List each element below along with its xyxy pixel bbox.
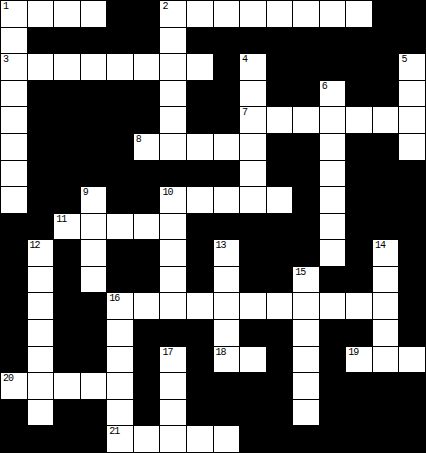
clue-number-21: 21 bbox=[109, 426, 119, 437]
clue-number-11: 11 bbox=[56, 214, 66, 225]
cell-r1c13[interactable] bbox=[319, 0, 346, 27]
cell-r8c14 bbox=[345, 186, 372, 213]
cell-r13c14 bbox=[345, 319, 372, 346]
cell-r15c16 bbox=[398, 372, 425, 399]
cell-r13c4 bbox=[80, 319, 107, 346]
clue-number-4: 4 bbox=[242, 54, 247, 65]
cell-r8c9[interactable] bbox=[213, 186, 240, 213]
cell-r5c3 bbox=[53, 106, 80, 133]
cell-r16c9 bbox=[213, 399, 240, 426]
cell-r7c12 bbox=[292, 160, 319, 187]
cell-r3c9 bbox=[213, 53, 240, 80]
clue-number-18: 18 bbox=[216, 347, 226, 358]
cell-r13c7 bbox=[159, 319, 186, 346]
cell-r10c10 bbox=[239, 239, 266, 266]
cell-r2c6 bbox=[133, 27, 160, 54]
cell-r6c8[interactable] bbox=[186, 133, 213, 160]
cell-r6c16[interactable] bbox=[398, 133, 425, 160]
cell-r17c13 bbox=[319, 425, 346, 452]
cell-r2c10 bbox=[239, 27, 266, 54]
cell-r13c16 bbox=[398, 319, 425, 346]
cell-r7c14 bbox=[345, 160, 372, 187]
cell-r17c1 bbox=[0, 425, 27, 452]
cell-r4c16[interactable] bbox=[398, 80, 425, 107]
cell-r4c8 bbox=[186, 80, 213, 107]
cell-r6c5 bbox=[106, 133, 133, 160]
cell-r1c16 bbox=[398, 0, 425, 27]
cell-r14c10[interactable] bbox=[239, 346, 266, 373]
cell-r12c9[interactable] bbox=[213, 292, 240, 319]
cell-r13c12[interactable] bbox=[292, 319, 319, 346]
cell-r13c5[interactable] bbox=[106, 319, 133, 346]
cell-r7c7 bbox=[159, 160, 186, 187]
cell-r1c1[interactable]: 1 bbox=[0, 0, 27, 27]
cell-r16c11 bbox=[266, 399, 293, 426]
cell-r5c5 bbox=[106, 106, 133, 133]
cell-r8c10[interactable] bbox=[239, 186, 266, 213]
cell-r11c16 bbox=[398, 266, 425, 293]
cell-r9c5[interactable] bbox=[106, 213, 133, 240]
cell-r3c4[interactable] bbox=[80, 53, 107, 80]
cell-r12c16 bbox=[398, 292, 425, 319]
cell-r5c13[interactable] bbox=[319, 106, 346, 133]
cell-r14c5[interactable] bbox=[106, 346, 133, 373]
cell-r15c14 bbox=[345, 372, 372, 399]
cell-r16c7[interactable] bbox=[159, 399, 186, 426]
cell-r6c15 bbox=[372, 133, 399, 160]
cell-r17c6[interactable] bbox=[133, 425, 160, 452]
cell-r11c6 bbox=[133, 266, 160, 293]
cell-r13c2[interactable] bbox=[27, 319, 54, 346]
cell-r6c7[interactable] bbox=[159, 133, 186, 160]
cell-r1c5 bbox=[106, 0, 133, 27]
cell-r8c13[interactable] bbox=[319, 186, 346, 213]
cell-r5c9 bbox=[213, 106, 240, 133]
cell-r9c12 bbox=[292, 213, 319, 240]
cell-r1c9[interactable] bbox=[213, 0, 240, 27]
cell-r11c4[interactable] bbox=[80, 266, 107, 293]
cell-r16c12[interactable] bbox=[292, 399, 319, 426]
cell-r3c14 bbox=[345, 53, 372, 80]
cell-r17c16 bbox=[398, 425, 425, 452]
cell-r14c2[interactable] bbox=[27, 346, 54, 373]
cell-r4c10[interactable] bbox=[239, 80, 266, 107]
cell-r11c5 bbox=[106, 266, 133, 293]
cell-r9c11 bbox=[266, 213, 293, 240]
cell-r16c3 bbox=[53, 399, 80, 426]
cell-r1c4[interactable] bbox=[80, 0, 107, 27]
cell-r6c14 bbox=[345, 133, 372, 160]
crossword-page: 123456789101112131415161718192021 bbox=[0, 0, 426, 453]
cell-r8c12 bbox=[292, 186, 319, 213]
cell-r11c7[interactable] bbox=[159, 266, 186, 293]
cell-r6c11 bbox=[266, 133, 293, 160]
clue-number-20: 20 bbox=[3, 373, 13, 384]
cell-r15c4[interactable] bbox=[80, 372, 107, 399]
cell-r1c12[interactable] bbox=[292, 0, 319, 27]
cell-r17c12 bbox=[292, 425, 319, 452]
cell-r16c15 bbox=[372, 399, 399, 426]
cell-r10c14 bbox=[345, 239, 372, 266]
cell-r4c11 bbox=[266, 80, 293, 107]
cell-r12c11[interactable] bbox=[266, 292, 293, 319]
cell-r14c1 bbox=[0, 346, 27, 373]
cell-r9c8 bbox=[186, 213, 213, 240]
cell-r15c1[interactable]: 20 bbox=[0, 372, 27, 399]
cell-r4c2 bbox=[27, 80, 54, 107]
cell-r5c10[interactable]: 7 bbox=[239, 106, 266, 133]
cell-r12c14[interactable] bbox=[345, 292, 372, 319]
clue-number-6: 6 bbox=[322, 81, 327, 92]
cell-r16c16 bbox=[398, 399, 425, 426]
cell-r3c12 bbox=[292, 53, 319, 80]
cell-r11c9[interactable] bbox=[213, 266, 240, 293]
cell-r11c14 bbox=[345, 266, 372, 293]
cell-r11c1 bbox=[0, 266, 27, 293]
cell-r15c8 bbox=[186, 372, 213, 399]
cell-r6c9[interactable] bbox=[213, 133, 240, 160]
cell-r5c4 bbox=[80, 106, 107, 133]
clue-number-10: 10 bbox=[162, 187, 172, 198]
cell-r16c10 bbox=[239, 399, 266, 426]
cell-r10c6 bbox=[133, 239, 160, 266]
cell-r12c4 bbox=[80, 292, 107, 319]
cell-r7c4 bbox=[80, 160, 107, 187]
cell-r2c3 bbox=[53, 27, 80, 54]
cell-r8c7[interactable]: 10 bbox=[159, 186, 186, 213]
cell-r4c9 bbox=[213, 80, 240, 107]
cell-r8c4[interactable]: 9 bbox=[80, 186, 107, 213]
cell-r4c5 bbox=[106, 80, 133, 107]
cell-r11c8 bbox=[186, 266, 213, 293]
cell-r11c15[interactable] bbox=[372, 266, 399, 293]
cell-r5c1[interactable] bbox=[0, 106, 27, 133]
cell-r9c9 bbox=[213, 213, 240, 240]
cell-r14c3 bbox=[53, 346, 80, 373]
cell-r17c2 bbox=[27, 425, 54, 452]
cell-r3c2[interactable] bbox=[27, 53, 54, 80]
cell-r2c4 bbox=[80, 27, 107, 54]
cell-r7c2 bbox=[27, 160, 54, 187]
cell-r8c3 bbox=[53, 186, 80, 213]
cell-r2c1[interactable] bbox=[0, 27, 27, 54]
cell-r17c15 bbox=[372, 425, 399, 452]
cell-r15c10 bbox=[239, 372, 266, 399]
cell-r12c12[interactable] bbox=[292, 292, 319, 319]
cell-r9c7[interactable] bbox=[159, 213, 186, 240]
cell-r12c2[interactable] bbox=[27, 292, 54, 319]
cell-r9c10 bbox=[239, 213, 266, 240]
cell-r7c11 bbox=[266, 160, 293, 187]
cell-r5c11[interactable] bbox=[266, 106, 293, 133]
cell-r11c12[interactable]: 15 bbox=[292, 266, 319, 293]
cell-r12c5[interactable]: 16 bbox=[106, 292, 133, 319]
cell-r12c13[interactable] bbox=[319, 292, 346, 319]
cell-r10c7[interactable] bbox=[159, 239, 186, 266]
cell-r2c12 bbox=[292, 27, 319, 54]
cell-r12c1 bbox=[0, 292, 27, 319]
cell-r7c9 bbox=[213, 160, 240, 187]
cell-r6c2 bbox=[27, 133, 54, 160]
cell-r16c2[interactable] bbox=[27, 399, 54, 426]
cell-r15c12[interactable] bbox=[292, 372, 319, 399]
cell-r17c5[interactable]: 21 bbox=[106, 425, 133, 452]
cell-r4c14 bbox=[345, 80, 372, 107]
cell-r5c8 bbox=[186, 106, 213, 133]
cell-r13c1 bbox=[0, 319, 27, 346]
cell-r10c15[interactable]: 14 bbox=[372, 239, 399, 266]
cell-r2c8 bbox=[186, 27, 213, 54]
cell-r5c12[interactable] bbox=[292, 106, 319, 133]
cell-r9c2 bbox=[27, 213, 54, 240]
cell-r10c4[interactable] bbox=[80, 239, 107, 266]
cell-r8c5 bbox=[106, 186, 133, 213]
cell-r6c6[interactable]: 8 bbox=[133, 133, 160, 160]
cell-r16c13 bbox=[319, 399, 346, 426]
cell-r13c8 bbox=[186, 319, 213, 346]
cell-r1c6 bbox=[133, 0, 160, 27]
cell-r4c15 bbox=[372, 80, 399, 107]
clue-number-5: 5 bbox=[401, 54, 406, 65]
cell-r10c12 bbox=[292, 239, 319, 266]
cell-r17c14 bbox=[345, 425, 372, 452]
cell-r3c13 bbox=[319, 53, 346, 80]
cell-r1c15 bbox=[372, 0, 399, 27]
cell-r6c1[interactable] bbox=[0, 133, 27, 160]
cell-r16c4 bbox=[80, 399, 107, 426]
cell-r14c12[interactable] bbox=[292, 346, 319, 373]
cell-r14c6 bbox=[133, 346, 160, 373]
cell-r10c16 bbox=[398, 239, 425, 266]
cell-r14c15[interactable] bbox=[372, 346, 399, 373]
cell-r16c6 bbox=[133, 399, 160, 426]
cell-r14c4 bbox=[80, 346, 107, 373]
cell-r8c16 bbox=[398, 186, 425, 213]
crossword-grid: 123456789101112131415161718192021 bbox=[0, 0, 426, 453]
cell-r7c5 bbox=[106, 160, 133, 187]
cell-r7c13[interactable] bbox=[319, 160, 346, 187]
cell-r14c13 bbox=[319, 346, 346, 373]
cell-r1c3[interactable] bbox=[53, 0, 80, 27]
cell-r14c8 bbox=[186, 346, 213, 373]
clue-number-13: 13 bbox=[216, 240, 226, 251]
cell-r5c15[interactable] bbox=[372, 106, 399, 133]
cell-r14c11 bbox=[266, 346, 293, 373]
cell-r13c10 bbox=[239, 319, 266, 346]
clue-number-17: 17 bbox=[162, 347, 172, 358]
cell-r1c7[interactable]: 2 bbox=[159, 0, 186, 27]
cell-r17c8[interactable] bbox=[186, 425, 213, 452]
cell-r5c2 bbox=[27, 106, 54, 133]
cell-r13c13 bbox=[319, 319, 346, 346]
cell-r9c1 bbox=[0, 213, 27, 240]
cell-r12c7[interactable] bbox=[159, 292, 186, 319]
cell-r16c14 bbox=[345, 399, 372, 426]
cell-r7c15 bbox=[372, 160, 399, 187]
cell-r10c3 bbox=[53, 239, 80, 266]
clue-number-19: 19 bbox=[348, 347, 358, 358]
cell-r3c16[interactable]: 5 bbox=[398, 53, 425, 80]
cell-r5c16[interactable] bbox=[398, 106, 425, 133]
cell-r2c7[interactable] bbox=[159, 27, 186, 54]
cell-r17c4 bbox=[80, 425, 107, 452]
cell-r15c5[interactable] bbox=[106, 372, 133, 399]
cell-r12c8[interactable] bbox=[186, 292, 213, 319]
cell-r12c10[interactable] bbox=[239, 292, 266, 319]
cell-r16c1 bbox=[0, 399, 27, 426]
clue-number-12: 12 bbox=[30, 240, 40, 251]
cell-r9c14 bbox=[345, 213, 372, 240]
cell-r3c11 bbox=[266, 53, 293, 80]
cell-r4c7[interactable] bbox=[159, 80, 186, 107]
cell-r9c13[interactable] bbox=[319, 213, 346, 240]
clue-number-9: 9 bbox=[83, 187, 88, 198]
cell-r4c4 bbox=[80, 80, 107, 107]
cell-r10c5 bbox=[106, 239, 133, 266]
cell-r17c3 bbox=[53, 425, 80, 452]
cell-r7c1[interactable] bbox=[0, 160, 27, 187]
cell-r11c2[interactable] bbox=[27, 266, 54, 293]
cell-r2c5 bbox=[106, 27, 133, 54]
cell-r8c6 bbox=[133, 186, 160, 213]
cell-r17c7[interactable] bbox=[159, 425, 186, 452]
cell-r13c11 bbox=[266, 319, 293, 346]
cell-r12c6[interactable] bbox=[133, 292, 160, 319]
cell-r9c3[interactable]: 11 bbox=[53, 213, 80, 240]
cell-r10c13[interactable] bbox=[319, 239, 346, 266]
cell-r10c1 bbox=[0, 239, 27, 266]
cell-r14c16[interactable] bbox=[398, 346, 425, 373]
cell-r6c10[interactable] bbox=[239, 133, 266, 160]
cell-r2c16 bbox=[398, 27, 425, 54]
cell-r11c11 bbox=[266, 266, 293, 293]
cell-r14c7[interactable]: 17 bbox=[159, 346, 186, 373]
cell-r7c16 bbox=[398, 160, 425, 187]
cell-r13c9[interactable] bbox=[213, 319, 240, 346]
cell-r6c12 bbox=[292, 133, 319, 160]
cell-r16c5[interactable] bbox=[106, 399, 133, 426]
cell-r2c14 bbox=[345, 27, 372, 54]
cell-r5c6 bbox=[133, 106, 160, 133]
cell-r10c9[interactable]: 13 bbox=[213, 239, 240, 266]
cell-r10c2[interactable]: 12 bbox=[27, 239, 54, 266]
cell-r1c8[interactable] bbox=[186, 0, 213, 27]
cell-r15c3[interactable] bbox=[53, 372, 80, 399]
clue-number-8: 8 bbox=[136, 134, 141, 145]
cell-r7c8 bbox=[186, 160, 213, 187]
cell-r8c15 bbox=[372, 186, 399, 213]
cell-r1c10[interactable] bbox=[239, 0, 266, 27]
cell-r9c4[interactable] bbox=[80, 213, 107, 240]
cell-r9c15 bbox=[372, 213, 399, 240]
cell-r17c9[interactable] bbox=[213, 425, 240, 452]
clue-number-3: 3 bbox=[3, 54, 8, 65]
cell-r8c2 bbox=[27, 186, 54, 213]
cell-r16c8 bbox=[186, 399, 213, 426]
cell-r9c16 bbox=[398, 213, 425, 240]
cell-r15c9 bbox=[213, 372, 240, 399]
cell-r15c2[interactable] bbox=[27, 372, 54, 399]
cell-r7c6 bbox=[133, 160, 160, 187]
cell-r15c13 bbox=[319, 372, 346, 399]
cell-r2c9 bbox=[213, 27, 240, 54]
cell-r14c14[interactable]: 19 bbox=[345, 346, 372, 373]
cell-r2c13 bbox=[319, 27, 346, 54]
cell-r3c7[interactable] bbox=[159, 53, 186, 80]
cell-r12c15[interactable] bbox=[372, 292, 399, 319]
cell-r11c10 bbox=[239, 266, 266, 293]
clue-number-2: 2 bbox=[162, 1, 167, 12]
cell-r12c3 bbox=[53, 292, 80, 319]
cell-r4c13[interactable]: 6 bbox=[319, 80, 346, 107]
cell-r5c7[interactable] bbox=[159, 106, 186, 133]
cell-r3c3[interactable] bbox=[53, 53, 80, 80]
clue-number-14: 14 bbox=[375, 240, 385, 251]
cell-r17c10 bbox=[239, 425, 266, 452]
clue-number-15: 15 bbox=[295, 267, 305, 278]
cell-r1c11[interactable] bbox=[266, 0, 293, 27]
cell-r6c4 bbox=[80, 133, 107, 160]
cell-r11c3 bbox=[53, 266, 80, 293]
cell-r9c6[interactable] bbox=[133, 213, 160, 240]
cell-r4c1[interactable] bbox=[0, 80, 27, 107]
cell-r2c2 bbox=[27, 27, 54, 54]
cell-r15c6 bbox=[133, 372, 160, 399]
cell-r3c5[interactable] bbox=[106, 53, 133, 80]
cell-r3c15 bbox=[372, 53, 399, 80]
cell-r13c6 bbox=[133, 319, 160, 346]
clue-number-7: 7 bbox=[242, 107, 247, 118]
cell-r10c11 bbox=[266, 239, 293, 266]
cell-r4c12 bbox=[292, 80, 319, 107]
cell-r5c14[interactable] bbox=[345, 106, 372, 133]
cell-r6c13[interactable] bbox=[319, 133, 346, 160]
cell-r13c15[interactable] bbox=[372, 319, 399, 346]
cell-r13c3 bbox=[53, 319, 80, 346]
cell-r1c14[interactable] bbox=[345, 0, 372, 27]
cell-r2c11 bbox=[266, 27, 293, 54]
cell-r15c7[interactable] bbox=[159, 372, 186, 399]
clue-number-1: 1 bbox=[3, 1, 8, 12]
cell-r14c9[interactable]: 18 bbox=[213, 346, 240, 373]
cell-r15c11 bbox=[266, 372, 293, 399]
cell-r11c13 bbox=[319, 266, 346, 293]
cell-r2c15 bbox=[372, 27, 399, 54]
cell-r7c3 bbox=[53, 160, 80, 187]
cell-r10c8 bbox=[186, 239, 213, 266]
cell-r8c11[interactable] bbox=[266, 186, 293, 213]
cell-r3c10[interactable]: 4 bbox=[239, 53, 266, 80]
cell-r3c1[interactable]: 3 bbox=[0, 53, 27, 80]
cell-r4c3 bbox=[53, 80, 80, 107]
cell-r8c1[interactable] bbox=[0, 186, 27, 213]
cell-r3c6[interactable] bbox=[133, 53, 160, 80]
cell-r8c8[interactable] bbox=[186, 186, 213, 213]
cell-r17c11 bbox=[266, 425, 293, 452]
cell-r3c8[interactable] bbox=[186, 53, 213, 80]
cell-r1c2[interactable] bbox=[27, 0, 54, 27]
cell-r7c10[interactable] bbox=[239, 160, 266, 187]
cell-r6c3 bbox=[53, 133, 80, 160]
clue-number-16: 16 bbox=[109, 293, 119, 304]
cell-r15c15 bbox=[372, 372, 399, 399]
cell-r4c6 bbox=[133, 80, 160, 107]
